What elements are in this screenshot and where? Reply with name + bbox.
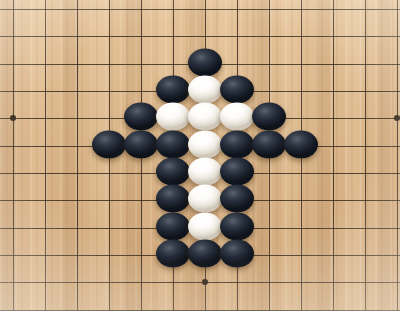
white-stone[interactable]: [188, 158, 222, 186]
grid-line-vertical: [397, 0, 398, 311]
black-stone[interactable]: [188, 240, 222, 268]
black-stone[interactable]: [156, 213, 190, 241]
black-stone[interactable]: [156, 76, 190, 104]
black-stone[interactable]: [220, 240, 254, 268]
white-stone[interactable]: [188, 131, 222, 159]
grid-line-vertical: [77, 0, 78, 311]
grid-line-vertical: [365, 0, 366, 311]
grid-line-vertical: [13, 0, 14, 311]
white-stone[interactable]: [188, 185, 222, 213]
black-stone[interactable]: [156, 185, 190, 213]
go-board: [0, 0, 400, 311]
star-point: [202, 279, 208, 285]
black-stone[interactable]: [220, 131, 254, 159]
black-stone[interactable]: [156, 131, 190, 159]
black-stone[interactable]: [284, 131, 318, 159]
grid-line-vertical: [333, 0, 334, 311]
grid-line-horizontal: [0, 9, 400, 10]
black-stone[interactable]: [156, 240, 190, 268]
black-stone[interactable]: [220, 158, 254, 186]
grid-line-horizontal: [0, 36, 400, 37]
star-point: [10, 115, 16, 121]
black-stone[interactable]: [220, 213, 254, 241]
black-stone[interactable]: [124, 131, 158, 159]
black-stone[interactable]: [156, 158, 190, 186]
black-stone[interactable]: [220, 185, 254, 213]
star-point: [394, 115, 400, 121]
white-stone[interactable]: [156, 103, 190, 131]
black-stone[interactable]: [252, 103, 286, 131]
white-stone[interactable]: [220, 103, 254, 131]
black-stone[interactable]: [92, 131, 126, 159]
board-photo: [0, 0, 400, 311]
black-stone[interactable]: [188, 49, 222, 77]
black-stone[interactable]: [252, 131, 286, 159]
black-stone[interactable]: [124, 103, 158, 131]
grid-line-horizontal: [0, 282, 400, 283]
white-stone[interactable]: [188, 103, 222, 131]
grid-line-vertical: [45, 0, 46, 311]
white-stone[interactable]: [188, 213, 222, 241]
black-stone[interactable]: [220, 76, 254, 104]
white-stone[interactable]: [188, 76, 222, 104]
